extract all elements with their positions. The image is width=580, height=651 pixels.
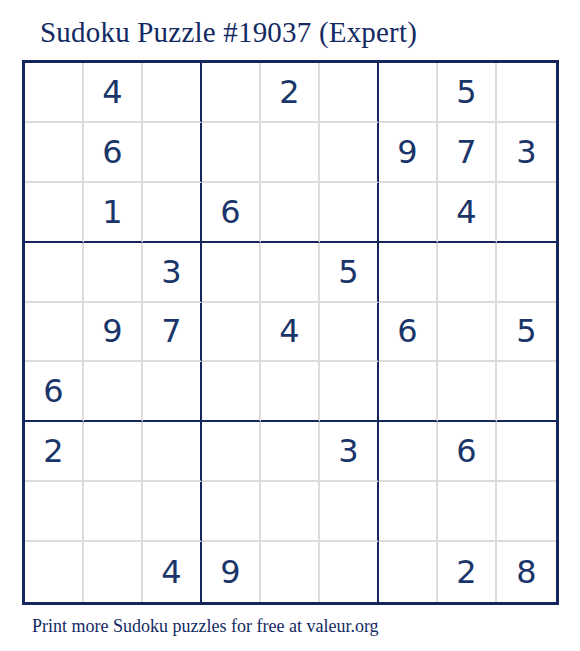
cell-r1c3[interactable] [143, 63, 202, 123]
cell-r7c8[interactable]: 6 [438, 422, 497, 482]
cell-r3c1[interactable] [25, 183, 84, 243]
cell-r6c5[interactable] [261, 362, 320, 422]
cell-r2c4[interactable] [202, 123, 261, 183]
cell-r5c3[interactable]: 7 [143, 303, 202, 363]
cell-r1c7[interactable] [379, 63, 438, 123]
cell-r3c6[interactable] [320, 183, 379, 243]
cell-r6c1[interactable]: 6 [25, 362, 84, 422]
cell-r3c3[interactable] [143, 183, 202, 243]
cell-r8c7[interactable] [379, 482, 438, 542]
cell-r1c8[interactable]: 5 [438, 63, 497, 123]
cell-r4c5[interactable] [261, 243, 320, 303]
cell-r4c9[interactable] [497, 243, 556, 303]
cell-r4c4[interactable] [202, 243, 261, 303]
cell-r4c3[interactable]: 3 [143, 243, 202, 303]
cell-r3c9[interactable] [497, 183, 556, 243]
cell-r2c1[interactable] [25, 123, 84, 183]
cell-r8c9[interactable] [497, 482, 556, 542]
cell-r6c6[interactable] [320, 362, 379, 422]
sudoku-board: 4256973164359746562364928 [22, 60, 559, 605]
cell-r3c2[interactable]: 1 [84, 183, 143, 243]
cell-r1c9[interactable] [497, 63, 556, 123]
cell-r8c1[interactable] [25, 482, 84, 542]
cell-r7c7[interactable] [379, 422, 438, 482]
cell-r4c2[interactable] [84, 243, 143, 303]
cell-r9c8[interactable]: 2 [438, 542, 497, 602]
cell-r9c2[interactable] [84, 542, 143, 602]
cell-r2c6[interactable] [320, 123, 379, 183]
cell-r6c9[interactable] [497, 362, 556, 422]
cell-r6c7[interactable] [379, 362, 438, 422]
cell-r5c4[interactable] [202, 303, 261, 363]
cell-r5c7[interactable]: 6 [379, 303, 438, 363]
cell-r6c3[interactable] [143, 362, 202, 422]
cell-r3c8[interactable]: 4 [438, 183, 497, 243]
cell-r1c1[interactable] [25, 63, 84, 123]
cell-r4c8[interactable] [438, 243, 497, 303]
cell-r9c7[interactable] [379, 542, 438, 602]
cell-r3c4[interactable]: 6 [202, 183, 261, 243]
cell-r6c8[interactable] [438, 362, 497, 422]
cell-r7c6[interactable]: 3 [320, 422, 379, 482]
cell-r9c1[interactable] [25, 542, 84, 602]
cell-r9c3[interactable]: 4 [143, 542, 202, 602]
cell-r2c3[interactable] [143, 123, 202, 183]
cell-r2c7[interactable]: 9 [379, 123, 438, 183]
cell-r1c5[interactable]: 2 [261, 63, 320, 123]
cell-r3c7[interactable] [379, 183, 438, 243]
page-title: Sudoku Puzzle #19037 (Expert) [40, 16, 417, 49]
cell-r1c2[interactable]: 4 [84, 63, 143, 123]
cell-r7c9[interactable] [497, 422, 556, 482]
cell-r2c8[interactable]: 7 [438, 123, 497, 183]
cell-r7c2[interactable] [84, 422, 143, 482]
cell-r8c6[interactable] [320, 482, 379, 542]
cell-r8c4[interactable] [202, 482, 261, 542]
cell-r8c3[interactable] [143, 482, 202, 542]
cell-r2c9[interactable]: 3 [497, 123, 556, 183]
cell-r4c1[interactable] [25, 243, 84, 303]
cell-r9c6[interactable] [320, 542, 379, 602]
cell-r9c5[interactable] [261, 542, 320, 602]
cell-r9c4[interactable]: 9 [202, 542, 261, 602]
cell-r6c2[interactable] [84, 362, 143, 422]
cell-r5c2[interactable]: 9 [84, 303, 143, 363]
cell-r5c8[interactable] [438, 303, 497, 363]
cell-r8c5[interactable] [261, 482, 320, 542]
cell-r7c3[interactable] [143, 422, 202, 482]
cell-r8c2[interactable] [84, 482, 143, 542]
cell-r5c1[interactable] [25, 303, 84, 363]
cell-r5c5[interactable]: 4 [261, 303, 320, 363]
cell-r5c9[interactable]: 5 [497, 303, 556, 363]
cell-r7c4[interactable] [202, 422, 261, 482]
cell-r1c6[interactable] [320, 63, 379, 123]
cell-r2c5[interactable] [261, 123, 320, 183]
cell-r8c8[interactable] [438, 482, 497, 542]
cell-r3c5[interactable] [261, 183, 320, 243]
cell-r6c4[interactable] [202, 362, 261, 422]
cell-r4c7[interactable] [379, 243, 438, 303]
cell-r7c1[interactable]: 2 [25, 422, 84, 482]
cell-r1c4[interactable] [202, 63, 261, 123]
cell-r7c5[interactable] [261, 422, 320, 482]
cell-r4c6[interactable]: 5 [320, 243, 379, 303]
cell-r9c9[interactable]: 8 [497, 542, 556, 602]
cell-r5c6[interactable] [320, 303, 379, 363]
footer-text: Print more Sudoku puzzles for free at va… [32, 616, 379, 637]
cell-r2c2[interactable]: 6 [84, 123, 143, 183]
